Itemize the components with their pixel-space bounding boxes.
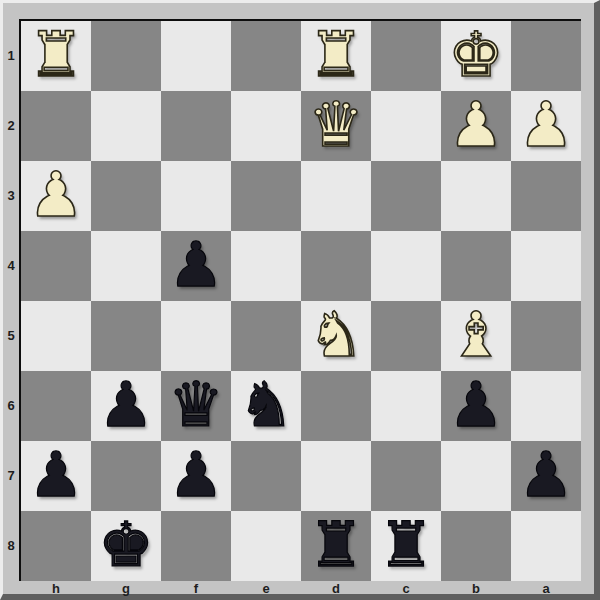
square-a5[interactable] <box>511 301 581 371</box>
square-c3[interactable] <box>371 161 441 231</box>
square-d1[interactable]: ♜ <box>301 21 371 91</box>
square-g8[interactable]: ♚ <box>91 511 161 581</box>
square-b5[interactable]: ♝ <box>441 301 511 371</box>
rank-label-4: 4 <box>3 231 19 301</box>
piece-white-pawn: ♟ <box>441 91 511 161</box>
square-b1[interactable]: ♚ <box>441 21 511 91</box>
square-d2[interactable]: ♛ <box>301 91 371 161</box>
square-a7[interactable]: ♟ <box>511 441 581 511</box>
chess-diagram-frame: 12345678 ♜♜♚♛♟♟♟♟♞♝♟♛♞♟♟♟♟♚♜♜ hgfedcba <box>0 0 600 600</box>
square-d8[interactable]: ♜ <box>301 511 371 581</box>
rank-label-6: 6 <box>3 371 19 441</box>
square-g7[interactable] <box>91 441 161 511</box>
square-c6[interactable] <box>371 371 441 441</box>
square-b7[interactable] <box>441 441 511 511</box>
square-c4[interactable] <box>371 231 441 301</box>
file-label-h: h <box>21 581 91 596</box>
piece-white-pawn: ♟ <box>511 91 581 161</box>
piece-black-pawn: ♟ <box>441 371 511 441</box>
square-g4[interactable] <box>91 231 161 301</box>
piece-black-pawn: ♟ <box>161 441 231 511</box>
square-f7[interactable]: ♟ <box>161 441 231 511</box>
square-c2[interactable] <box>371 91 441 161</box>
square-e2[interactable] <box>231 91 301 161</box>
square-h8[interactable] <box>21 511 91 581</box>
piece-black-pawn: ♟ <box>511 441 581 511</box>
piece-white-queen: ♛ <box>301 91 371 161</box>
piece-black-queen: ♛ <box>161 371 231 441</box>
square-f2[interactable] <box>161 91 231 161</box>
piece-white-knight: ♞ <box>301 301 371 371</box>
square-h5[interactable] <box>21 301 91 371</box>
square-e6[interactable]: ♞ <box>231 371 301 441</box>
square-h1[interactable]: ♜ <box>21 21 91 91</box>
square-f6[interactable]: ♛ <box>161 371 231 441</box>
rank-label-2: 2 <box>3 91 19 161</box>
file-label-b: b <box>441 581 511 596</box>
square-b6[interactable]: ♟ <box>441 371 511 441</box>
piece-black-pawn: ♟ <box>21 441 91 511</box>
square-a6[interactable] <box>511 371 581 441</box>
square-f1[interactable] <box>161 21 231 91</box>
square-d6[interactable] <box>301 371 371 441</box>
square-d4[interactable] <box>301 231 371 301</box>
square-e1[interactable] <box>231 21 301 91</box>
piece-white-bishop: ♝ <box>441 301 511 371</box>
chess-board: ♜♜♚♛♟♟♟♟♞♝♟♛♞♟♟♟♟♚♜♜ <box>19 19 581 581</box>
rank-label-7: 7 <box>3 441 19 511</box>
square-h6[interactable] <box>21 371 91 441</box>
square-b3[interactable] <box>441 161 511 231</box>
rank-label-1: 1 <box>3 21 19 91</box>
square-d7[interactable] <box>301 441 371 511</box>
rank-labels: 12345678 <box>3 21 19 581</box>
piece-white-rook: ♜ <box>301 21 371 91</box>
piece-black-knight: ♞ <box>231 371 301 441</box>
piece-black-pawn: ♟ <box>161 231 231 301</box>
square-c7[interactable] <box>371 441 441 511</box>
piece-white-rook: ♜ <box>21 21 91 91</box>
square-b4[interactable] <box>441 231 511 301</box>
square-d3[interactable] <box>301 161 371 231</box>
square-a8[interactable] <box>511 511 581 581</box>
square-g2[interactable] <box>91 91 161 161</box>
square-a4[interactable] <box>511 231 581 301</box>
piece-white-pawn: ♟ <box>21 161 91 231</box>
square-a3[interactable] <box>511 161 581 231</box>
square-h2[interactable] <box>21 91 91 161</box>
rank-label-3: 3 <box>3 161 19 231</box>
file-label-a: a <box>511 581 581 596</box>
square-f5[interactable] <box>161 301 231 371</box>
file-label-c: c <box>371 581 441 596</box>
square-e5[interactable] <box>231 301 301 371</box>
square-h3[interactable]: ♟ <box>21 161 91 231</box>
square-h4[interactable] <box>21 231 91 301</box>
square-a1[interactable] <box>511 21 581 91</box>
square-c8[interactable]: ♜ <box>371 511 441 581</box>
file-label-g: g <box>91 581 161 596</box>
square-b2[interactable]: ♟ <box>441 91 511 161</box>
rank-label-8: 8 <box>3 511 19 581</box>
piece-white-king: ♚ <box>441 21 511 91</box>
square-e8[interactable] <box>231 511 301 581</box>
file-label-e: e <box>231 581 301 596</box>
square-e3[interactable] <box>231 161 301 231</box>
square-a2[interactable]: ♟ <box>511 91 581 161</box>
square-c5[interactable] <box>371 301 441 371</box>
piece-black-king: ♚ <box>91 511 161 581</box>
square-f8[interactable] <box>161 511 231 581</box>
rank-label-5: 5 <box>3 301 19 371</box>
square-g6[interactable]: ♟ <box>91 371 161 441</box>
square-g5[interactable] <box>91 301 161 371</box>
file-label-d: d <box>301 581 371 596</box>
piece-black-pawn: ♟ <box>91 371 161 441</box>
square-g3[interactable] <box>91 161 161 231</box>
square-e4[interactable] <box>231 231 301 301</box>
square-f3[interactable] <box>161 161 231 231</box>
square-d5[interactable]: ♞ <box>301 301 371 371</box>
piece-black-rook: ♜ <box>301 511 371 581</box>
file-labels: hgfedcba <box>21 581 581 596</box>
square-e7[interactable] <box>231 441 301 511</box>
square-h7[interactable]: ♟ <box>21 441 91 511</box>
square-b8[interactable] <box>441 511 511 581</box>
square-g1[interactable] <box>91 21 161 91</box>
square-f4[interactable]: ♟ <box>161 231 231 301</box>
file-label-f: f <box>161 581 231 596</box>
square-c1[interactable] <box>371 21 441 91</box>
piece-black-rook: ♜ <box>371 511 441 581</box>
